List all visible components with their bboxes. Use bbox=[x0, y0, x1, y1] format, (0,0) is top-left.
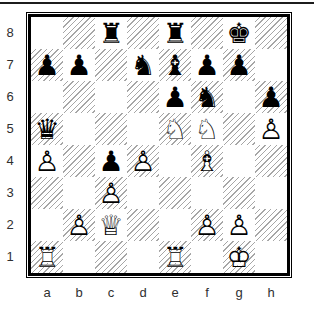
square-b5 bbox=[63, 113, 95, 145]
square-e7: ♝ bbox=[159, 49, 191, 81]
black-bishop-piece: ♝ bbox=[159, 49, 191, 81]
file-label-h: h bbox=[255, 283, 287, 303]
square-h8 bbox=[255, 17, 287, 49]
square-a2 bbox=[31, 209, 63, 241]
square-d6 bbox=[127, 81, 159, 113]
square-c3: ♟♙ bbox=[95, 177, 127, 209]
square-e6: ♟ bbox=[159, 81, 191, 113]
board-frame-inner: ♜♜♚♟♟♞♝♟♟♟♞♟♛♞♘♞♘♟♙♟♙♟♟♙♝♗♟♙♟♙♛♕♟♙♟♙♜♖♜♖… bbox=[28, 14, 290, 276]
square-h1 bbox=[255, 241, 287, 273]
square-b2: ♟♙ bbox=[63, 209, 95, 241]
white-pawn-piece: ♟♙ bbox=[127, 145, 159, 177]
black-pawn-piece: ♟ bbox=[95, 145, 127, 177]
square-b1 bbox=[63, 241, 95, 273]
white-king-piece: ♚♔ bbox=[223, 241, 255, 273]
rank-label-8: 8 bbox=[2, 17, 18, 49]
square-d4: ♟♙ bbox=[127, 145, 159, 177]
square-b3 bbox=[63, 177, 95, 209]
square-g3 bbox=[223, 177, 255, 209]
rank-label-1: 1 bbox=[2, 241, 18, 273]
square-c2: ♛♕ bbox=[95, 209, 127, 241]
file-label-f: f bbox=[191, 283, 223, 303]
square-g7: ♟ bbox=[223, 49, 255, 81]
square-h2 bbox=[255, 209, 287, 241]
file-labels: abcdefgh bbox=[31, 283, 287, 303]
board-block: 87654321 ♜♜♚♟♟♞♝♟♟♟♞♟♛♞♘♞♘♟♙♟♙♟♟♙♝♗♟♙♟♙♛… bbox=[2, 12, 292, 278]
square-g6 bbox=[223, 81, 255, 113]
square-d8 bbox=[127, 17, 159, 49]
file-label-e: e bbox=[159, 283, 191, 303]
square-f2: ♟♙ bbox=[191, 209, 223, 241]
square-a6 bbox=[31, 81, 63, 113]
white-pawn-piece: ♟♙ bbox=[223, 209, 255, 241]
file-label-g: g bbox=[223, 283, 255, 303]
white-pawn-piece: ♟♙ bbox=[255, 113, 287, 145]
square-f6: ♞ bbox=[191, 81, 223, 113]
square-d5 bbox=[127, 113, 159, 145]
square-h5: ♟♙ bbox=[255, 113, 287, 145]
black-pawn-piece: ♟ bbox=[255, 81, 287, 113]
square-h6: ♟ bbox=[255, 81, 287, 113]
rank-label-6: 6 bbox=[2, 81, 18, 113]
square-b4 bbox=[63, 145, 95, 177]
white-knight-piece: ♞♘ bbox=[191, 113, 223, 145]
rank-label-7: 7 bbox=[2, 49, 18, 81]
square-a7: ♟ bbox=[31, 49, 63, 81]
page-divider bbox=[0, 2, 314, 4]
square-d2 bbox=[127, 209, 159, 241]
square-a3 bbox=[31, 177, 63, 209]
black-queen-piece: ♛ bbox=[31, 113, 63, 145]
square-h4 bbox=[255, 145, 287, 177]
square-e3 bbox=[159, 177, 191, 209]
board-frame: ♜♜♚♟♟♞♝♟♟♟♞♟♛♞♘♞♘♟♙♟♙♟♟♙♝♗♟♙♟♙♛♕♟♙♟♙♜♖♜♖… bbox=[26, 12, 292, 278]
square-c5 bbox=[95, 113, 127, 145]
square-e5: ♞♘ bbox=[159, 113, 191, 145]
square-b8 bbox=[63, 17, 95, 49]
black-pawn-piece: ♟ bbox=[63, 49, 95, 81]
square-f5: ♞♘ bbox=[191, 113, 223, 145]
file-label-a: a bbox=[31, 283, 63, 303]
file-label-c: c bbox=[95, 283, 127, 303]
square-h7 bbox=[255, 49, 287, 81]
rank-labels: 87654321 bbox=[2, 12, 26, 278]
square-g2: ♟♙ bbox=[223, 209, 255, 241]
file-label-d: d bbox=[127, 283, 159, 303]
square-a5: ♛ bbox=[31, 113, 63, 145]
black-pawn-piece: ♟ bbox=[31, 49, 63, 81]
square-c6 bbox=[95, 81, 127, 113]
square-f8 bbox=[191, 17, 223, 49]
file-label-b: b bbox=[63, 283, 95, 303]
square-d1 bbox=[127, 241, 159, 273]
white-pawn-piece: ♟♙ bbox=[63, 209, 95, 241]
square-c4: ♟ bbox=[95, 145, 127, 177]
white-pawn-piece: ♟♙ bbox=[95, 177, 127, 209]
square-g4 bbox=[223, 145, 255, 177]
black-pawn-piece: ♟ bbox=[223, 49, 255, 81]
white-queen-piece: ♛♕ bbox=[95, 209, 127, 241]
square-h3 bbox=[255, 177, 287, 209]
square-e1: ♜♖ bbox=[159, 241, 191, 273]
square-a4: ♟♙ bbox=[31, 145, 63, 177]
black-rook-piece: ♜ bbox=[95, 17, 127, 49]
white-knight-piece: ♞♘ bbox=[159, 113, 191, 145]
square-d3 bbox=[127, 177, 159, 209]
rank-label-2: 2 bbox=[2, 209, 18, 241]
square-f1 bbox=[191, 241, 223, 273]
black-pawn-piece: ♟ bbox=[191, 49, 223, 81]
square-c7 bbox=[95, 49, 127, 81]
rank-label-4: 4 bbox=[2, 145, 18, 177]
white-pawn-piece: ♟♙ bbox=[31, 145, 63, 177]
square-g1: ♚♔ bbox=[223, 241, 255, 273]
black-pawn-piece: ♟ bbox=[159, 81, 191, 113]
square-f4: ♝♗ bbox=[191, 145, 223, 177]
black-knight-piece: ♞ bbox=[127, 49, 159, 81]
white-pawn-piece: ♟♙ bbox=[191, 209, 223, 241]
white-rook-piece: ♜♖ bbox=[159, 241, 191, 273]
square-a1: ♜♖ bbox=[31, 241, 63, 273]
square-b7: ♟ bbox=[63, 49, 95, 81]
square-g5 bbox=[223, 113, 255, 145]
square-f7: ♟ bbox=[191, 49, 223, 81]
chess-diagram: 87654321 ♜♜♚♟♟♞♝♟♟♟♞♟♛♞♘♞♘♟♙♟♙♟♟♙♝♗♟♙♟♙♛… bbox=[0, 0, 314, 320]
rank-label-5: 5 bbox=[2, 113, 18, 145]
black-rook-piece: ♜ bbox=[159, 17, 191, 49]
black-knight-piece: ♞ bbox=[191, 81, 223, 113]
square-g8: ♚ bbox=[223, 17, 255, 49]
board: ♜♜♚♟♟♞♝♟♟♟♞♟♛♞♘♞♘♟♙♟♙♟♟♙♝♗♟♙♟♙♛♕♟♙♟♙♜♖♜♖… bbox=[31, 17, 287, 273]
square-f3 bbox=[191, 177, 223, 209]
square-c1 bbox=[95, 241, 127, 273]
square-a8 bbox=[31, 17, 63, 49]
square-c8: ♜ bbox=[95, 17, 127, 49]
square-b6 bbox=[63, 81, 95, 113]
square-e2 bbox=[159, 209, 191, 241]
rank-label-3: 3 bbox=[2, 177, 18, 209]
square-e4 bbox=[159, 145, 191, 177]
black-king-piece: ♚ bbox=[223, 17, 255, 49]
square-d7: ♞ bbox=[127, 49, 159, 81]
white-rook-piece: ♜♖ bbox=[31, 241, 63, 273]
white-bishop-piece: ♝♗ bbox=[191, 145, 223, 177]
square-e8: ♜ bbox=[159, 17, 191, 49]
